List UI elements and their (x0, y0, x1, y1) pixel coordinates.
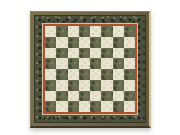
square-c3 (68, 80, 79, 91)
square-f7 (101, 37, 112, 48)
square-h4 (124, 69, 135, 80)
chess-board (30, 11, 151, 128)
square-f6 (101, 48, 112, 59)
photo-background (0, 0, 180, 135)
square-g2 (113, 91, 124, 102)
square-e1 (90, 101, 101, 112)
square-c6 (68, 48, 79, 59)
square-g3 (113, 80, 124, 91)
square-a6 (45, 48, 56, 59)
square-g7 (113, 37, 124, 48)
square-b1 (56, 101, 67, 112)
square-f8 (101, 26, 112, 37)
square-d5 (79, 58, 90, 69)
square-e2 (90, 91, 101, 102)
square-a3 (45, 80, 56, 91)
board-wood-frame (30, 11, 151, 128)
square-f1 (101, 101, 112, 112)
square-h1 (124, 101, 135, 112)
square-b2 (56, 91, 67, 102)
square-h7 (124, 37, 135, 48)
square-d8 (79, 26, 90, 37)
square-e3 (90, 80, 101, 91)
square-a7 (45, 37, 56, 48)
square-g8 (113, 26, 124, 37)
square-c7 (68, 37, 79, 48)
square-d7 (79, 37, 90, 48)
square-g1 (113, 101, 124, 112)
square-c8 (68, 26, 79, 37)
square-e6 (90, 48, 101, 59)
square-f5 (101, 58, 112, 69)
square-a5 (45, 58, 56, 69)
square-h6 (124, 48, 135, 59)
square-b5 (56, 58, 67, 69)
square-b4 (56, 69, 67, 80)
square-e7 (90, 37, 101, 48)
square-e4 (90, 69, 101, 80)
square-c5 (68, 58, 79, 69)
square-d6 (79, 48, 90, 59)
square-e5 (90, 58, 101, 69)
square-a4 (45, 69, 56, 80)
square-b6 (56, 48, 67, 59)
square-g4 (113, 69, 124, 80)
marble-border-band (34, 15, 146, 123)
square-c4 (68, 69, 79, 80)
square-d1 (79, 101, 90, 112)
square-d3 (79, 80, 90, 91)
square-h8 (124, 26, 135, 37)
square-h2 (124, 91, 135, 102)
square-c1 (68, 101, 79, 112)
square-g5 (113, 58, 124, 69)
red-accent-line (43, 24, 137, 114)
square-b3 (56, 80, 67, 91)
square-b8 (56, 26, 67, 37)
square-a8 (45, 26, 56, 37)
square-c2 (68, 91, 79, 102)
square-f4 (101, 69, 112, 80)
square-e8 (90, 26, 101, 37)
square-a1 (45, 101, 56, 112)
square-b7 (56, 37, 67, 48)
square-a2 (45, 91, 56, 102)
square-d2 (79, 91, 90, 102)
square-h5 (124, 58, 135, 69)
square-g6 (113, 48, 124, 59)
square-f3 (101, 80, 112, 91)
square-d4 (79, 69, 90, 80)
square-f2 (101, 91, 112, 102)
inner-trim-line (42, 23, 138, 115)
square-h3 (124, 80, 135, 91)
board-grid (45, 26, 135, 112)
